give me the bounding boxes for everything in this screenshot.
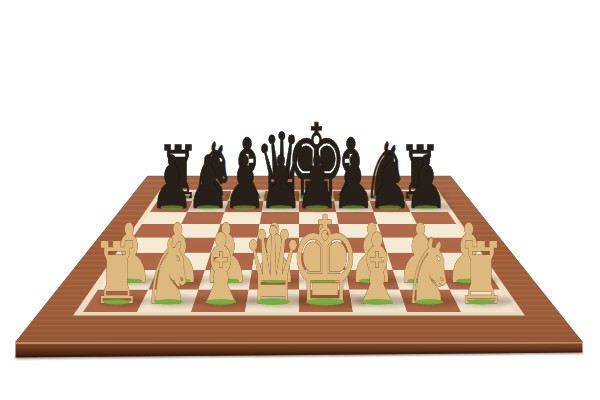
piece-felt (256, 299, 290, 305)
piece-felt (205, 299, 236, 305)
piece-glyph: ♝ (348, 213, 405, 325)
piece-felt (468, 299, 495, 304)
piece-white-rook[interactable]: ♜ (92, 224, 149, 323)
piece-felt (306, 298, 345, 305)
piece-felt (415, 299, 444, 304)
piece-glyph: ♝ (192, 213, 249, 325)
piece-white-rook[interactable]: ♜ (456, 224, 513, 323)
piece-felt (362, 299, 393, 305)
piece-felt (103, 299, 130, 304)
piece-glyph: ♞ (402, 219, 455, 324)
piece-white-knight[interactable]: ♞ (402, 219, 462, 324)
piece-glyph: ♜ (456, 224, 506, 323)
board-svg: ♜♞♝♛♚♝♞♜♟♟♟♟♟♟♟♟♟♟♟♟♟♟♟♟♜♞♝♛♚♝♞♜ (0, 0, 600, 400)
piece-glyph: ♜ (92, 224, 142, 323)
board-side-chamfer (16, 342, 583, 344)
pieces: ♜♞♝♛♚♝♞♜♟♟♟♟♟♟♟♟♟♟♟♟♟♟♟♟♜♞♝♛♚♝♞♜ (92, 101, 513, 331)
chess-set-photo: ♜♞♝♛♚♝♞♜♟♟♟♟♟♟♟♟♟♟♟♟♟♟♟♟♜♞♝♛♚♝♞♜ (0, 0, 600, 400)
piece-felt (155, 299, 184, 304)
piece-glyph: ♞ (142, 219, 195, 324)
